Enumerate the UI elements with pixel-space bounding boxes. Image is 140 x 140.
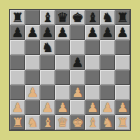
square-a7[interactable]: ♟ — [10, 25, 25, 40]
piece-white-pawn[interactable]: ♟ — [57, 100, 69, 115]
square-f6[interactable] — [85, 40, 100, 55]
chess-board: ♜♝♛♚♝♞♜♟♟♟♟♟♟♟♞♟♟♟♟♟♟♟♟♟♜♞♝♛♚♝♞♜ — [9, 9, 131, 131]
square-d4[interactable] — [55, 70, 70, 85]
piece-white-bishop[interactable]: ♝ — [42, 115, 54, 130]
square-b3[interactable]: ♟ — [25, 85, 40, 100]
piece-black-pawn[interactable]: ♟ — [57, 25, 69, 40]
square-f4[interactable] — [85, 70, 100, 85]
square-b5[interactable] — [25, 55, 40, 70]
square-d7[interactable]: ♟ — [55, 25, 70, 40]
square-h4[interactable] — [115, 70, 130, 85]
piece-white-pawn[interactable]: ♟ — [102, 100, 114, 115]
piece-white-pawn[interactable]: ♟ — [72, 85, 84, 100]
square-f3[interactable] — [85, 85, 100, 100]
piece-black-pawn[interactable]: ♟ — [72, 55, 84, 70]
square-b6[interactable] — [25, 40, 40, 55]
piece-black-pawn[interactable]: ♟ — [27, 25, 39, 40]
piece-white-pawn[interactable]: ♟ — [117, 100, 129, 115]
square-a5[interactable] — [10, 55, 25, 70]
square-f8[interactable]: ♝ — [85, 10, 100, 25]
piece-white-rook[interactable]: ♜ — [12, 115, 24, 130]
square-g1[interactable]: ♞ — [100, 115, 115, 130]
square-a8[interactable]: ♜ — [10, 10, 25, 25]
square-g3[interactable] — [100, 85, 115, 100]
square-e4[interactable] — [70, 70, 85, 85]
piece-white-queen[interactable]: ♛ — [57, 115, 69, 130]
square-f2[interactable]: ♟ — [85, 100, 100, 115]
piece-black-rook[interactable]: ♜ — [117, 10, 129, 25]
square-f5[interactable] — [85, 55, 100, 70]
square-g8[interactable]: ♞ — [100, 10, 115, 25]
square-c3[interactable] — [40, 85, 55, 100]
square-h8[interactable]: ♜ — [115, 10, 130, 25]
square-c7[interactable]: ♟ — [40, 25, 55, 40]
square-b8[interactable] — [25, 10, 40, 25]
square-a1[interactable]: ♜ — [10, 115, 25, 130]
piece-white-rook[interactable]: ♜ — [117, 115, 129, 130]
square-h7[interactable]: ♟ — [115, 25, 130, 40]
square-h6[interactable] — [115, 40, 130, 55]
piece-black-pawn[interactable]: ♟ — [12, 25, 24, 40]
square-e7[interactable] — [70, 25, 85, 40]
piece-white-king[interactable]: ♚ — [72, 115, 84, 130]
square-g2[interactable]: ♟ — [100, 100, 115, 115]
square-f1[interactable]: ♝ — [85, 115, 100, 130]
piece-black-pawn[interactable]: ♟ — [42, 25, 54, 40]
square-g6[interactable] — [100, 40, 115, 55]
square-f7[interactable]: ♟ — [85, 25, 100, 40]
square-e5[interactable]: ♟ — [70, 55, 85, 70]
square-c1[interactable]: ♝ — [40, 115, 55, 130]
square-a6[interactable] — [10, 40, 25, 55]
square-d3[interactable] — [55, 85, 70, 100]
square-g5[interactable] — [100, 55, 115, 70]
piece-white-pawn[interactable]: ♟ — [87, 100, 99, 115]
square-d2[interactable]: ♟ — [55, 100, 70, 115]
piece-white-knight[interactable]: ♞ — [27, 115, 39, 130]
square-h1[interactable]: ♜ — [115, 115, 130, 130]
square-e6[interactable] — [70, 40, 85, 55]
square-e8[interactable]: ♚ — [70, 10, 85, 25]
piece-black-rook[interactable]: ♜ — [12, 10, 24, 25]
square-b2[interactable] — [25, 100, 40, 115]
square-e1[interactable]: ♚ — [70, 115, 85, 130]
square-h5[interactable] — [115, 55, 130, 70]
square-d5[interactable] — [55, 55, 70, 70]
piece-black-knight[interactable]: ♞ — [42, 40, 54, 55]
square-c2[interactable]: ♟ — [40, 100, 55, 115]
piece-black-pawn[interactable]: ♟ — [87, 25, 99, 40]
square-e3[interactable]: ♟ — [70, 85, 85, 100]
piece-black-pawn[interactable]: ♟ — [102, 25, 114, 40]
square-c5[interactable] — [40, 55, 55, 70]
piece-white-bishop[interactable]: ♝ — [87, 115, 99, 130]
square-g7[interactable]: ♟ — [100, 25, 115, 40]
square-b7[interactable]: ♟ — [25, 25, 40, 40]
piece-white-pawn[interactable]: ♟ — [27, 85, 39, 100]
square-d6[interactable] — [55, 40, 70, 55]
piece-black-king[interactable]: ♚ — [72, 10, 84, 25]
square-e2[interactable] — [70, 100, 85, 115]
piece-black-bishop[interactable]: ♝ — [87, 10, 99, 25]
square-c6[interactable]: ♞ — [40, 40, 55, 55]
piece-black-pawn[interactable]: ♟ — [117, 25, 129, 40]
square-d1[interactable]: ♛ — [55, 115, 70, 130]
piece-white-pawn[interactable]: ♟ — [42, 100, 54, 115]
square-a4[interactable] — [10, 70, 25, 85]
piece-black-bishop[interactable]: ♝ — [42, 10, 54, 25]
piece-white-knight[interactable]: ♞ — [102, 115, 114, 130]
square-a2[interactable]: ♟ — [10, 100, 25, 115]
piece-black-knight[interactable]: ♞ — [102, 10, 114, 25]
square-c4[interactable] — [40, 70, 55, 85]
square-b1[interactable]: ♞ — [25, 115, 40, 130]
square-c8[interactable]: ♝ — [40, 10, 55, 25]
square-h2[interactable]: ♟ — [115, 100, 130, 115]
square-b4[interactable] — [25, 70, 40, 85]
square-a3[interactable] — [10, 85, 25, 100]
piece-white-pawn[interactable]: ♟ — [12, 100, 24, 115]
square-d8[interactable]: ♛ — [55, 10, 70, 25]
square-h3[interactable] — [115, 85, 130, 100]
square-g4[interactable] — [100, 70, 115, 85]
piece-black-queen[interactable]: ♛ — [57, 10, 69, 25]
